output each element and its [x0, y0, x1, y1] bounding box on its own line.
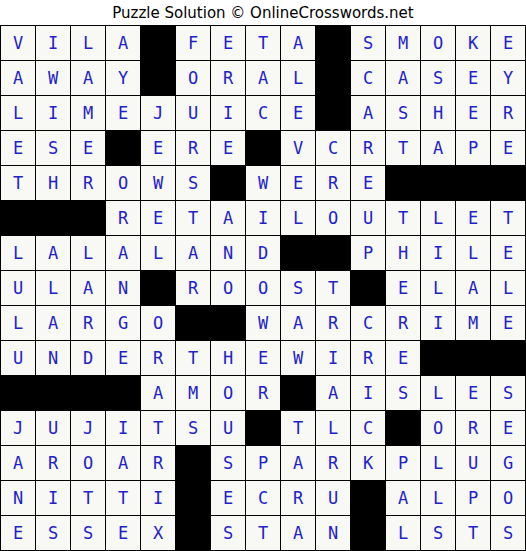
letter-cell: A	[211, 201, 245, 235]
letter-cell: T	[176, 341, 210, 375]
letter-cell: R	[386, 306, 420, 340]
letter-cell: I	[316, 341, 350, 375]
letter-cell: R	[176, 271, 210, 305]
letter-cell: A	[316, 376, 350, 410]
letter-cell: N	[211, 236, 245, 270]
letter-cell: U	[211, 411, 245, 445]
letter-cell: A	[36, 306, 70, 340]
letter-cell: H	[36, 166, 70, 200]
letter-cell: M	[386, 26, 420, 60]
letter-cell: K	[456, 26, 490, 60]
letter-cell: A	[1, 446, 35, 480]
block-cell	[316, 236, 350, 270]
letter-cell: T	[456, 516, 490, 550]
letter-cell: O	[491, 481, 525, 515]
letter-cell: O	[421, 26, 455, 60]
letter-cell: T	[141, 411, 175, 445]
letter-cell: L	[281, 201, 315, 235]
letter-cell: I	[246, 201, 280, 235]
letter-cell: T	[176, 201, 210, 235]
block-cell	[456, 341, 490, 375]
letter-cell: T	[71, 481, 105, 515]
letter-cell: R	[281, 481, 315, 515]
letter-cell: I	[211, 96, 245, 130]
letter-cell: S	[211, 516, 245, 550]
letter-cell: A	[141, 376, 175, 410]
letter-cell: E	[456, 376, 490, 410]
letter-cell: E	[281, 166, 315, 200]
letter-cell: L	[141, 236, 175, 270]
letter-cell: O	[71, 446, 105, 480]
letter-cell: N	[106, 271, 140, 305]
block-cell	[386, 411, 420, 445]
letter-cell: U	[176, 96, 210, 130]
letter-cell: A	[281, 446, 315, 480]
letter-cell: J	[1, 411, 35, 445]
letter-cell: L	[491, 271, 525, 305]
block-cell	[71, 201, 105, 235]
letter-cell: S	[491, 376, 525, 410]
letter-cell: L	[1, 306, 35, 340]
letter-cell: D	[246, 236, 280, 270]
letter-cell: J	[71, 411, 105, 445]
letter-cell: P	[246, 446, 280, 480]
letter-cell: L	[1, 236, 35, 270]
letter-cell: S	[36, 516, 70, 550]
letter-cell: W	[36, 61, 70, 95]
letter-cell: L	[421, 376, 455, 410]
letter-cell: A	[421, 131, 455, 165]
letter-cell: L	[36, 271, 70, 305]
letter-cell: W	[281, 341, 315, 375]
letter-cell: U	[1, 341, 35, 375]
letter-cell: T	[386, 201, 420, 235]
letter-cell: A	[1, 61, 35, 95]
letter-cell: R	[351, 131, 385, 165]
letter-cell: U	[316, 481, 350, 515]
block-cell	[141, 271, 175, 305]
letter-cell: O	[421, 411, 455, 445]
letter-cell: A	[351, 96, 385, 130]
letter-cell: I	[36, 26, 70, 60]
letter-cell: X	[141, 516, 175, 550]
letter-cell: C	[246, 481, 280, 515]
letter-cell: M	[456, 306, 490, 340]
block-cell	[211, 306, 245, 340]
letter-cell: E	[1, 516, 35, 550]
letter-cell: P	[456, 481, 490, 515]
letter-cell: E	[141, 201, 175, 235]
letter-cell: E	[106, 96, 140, 130]
letter-cell: Y	[106, 61, 140, 95]
letter-cell: T	[386, 131, 420, 165]
letter-cell: L	[421, 481, 455, 515]
letter-cell: L	[456, 236, 490, 270]
letter-cell: T	[281, 411, 315, 445]
letter-cell: W	[246, 306, 280, 340]
letter-cell: O	[106, 166, 140, 200]
letter-cell: A	[281, 516, 315, 550]
letter-cell: S	[491, 516, 525, 550]
letter-cell: I	[106, 411, 140, 445]
letter-cell: E	[491, 411, 525, 445]
letter-cell: C	[316, 131, 350, 165]
letter-cell: I	[421, 236, 455, 270]
letter-cell: A	[386, 481, 420, 515]
letter-cell: U	[351, 201, 385, 235]
letter-cell: N	[36, 341, 70, 375]
letter-cell: C	[351, 411, 385, 445]
block-cell	[211, 166, 245, 200]
letter-cell: E	[491, 306, 525, 340]
letter-cell: R	[141, 341, 175, 375]
block-cell	[316, 96, 350, 130]
letter-cell: E	[71, 131, 105, 165]
letter-cell: P	[456, 131, 490, 165]
letter-cell: H	[386, 236, 420, 270]
letter-cell: I	[351, 376, 385, 410]
letter-cell: A	[281, 26, 315, 60]
letter-cell: E	[456, 61, 490, 95]
block-cell	[421, 341, 455, 375]
letter-cell: T	[491, 201, 525, 235]
letter-cell: S	[211, 446, 245, 480]
block-cell	[176, 481, 210, 515]
letter-cell: S	[421, 61, 455, 95]
letter-cell: T	[1, 166, 35, 200]
block-cell	[316, 61, 350, 95]
letter-cell: E	[456, 96, 490, 130]
block-cell	[36, 376, 70, 410]
letter-cell: E	[351, 166, 385, 200]
letter-cell: L	[281, 61, 315, 95]
letter-cell: E	[491, 131, 525, 165]
letter-cell: L	[386, 516, 420, 550]
letter-cell: A	[246, 61, 280, 95]
letter-cell: R	[456, 411, 490, 445]
letter-cell: T	[106, 481, 140, 515]
block-cell	[281, 236, 315, 270]
letter-cell: D	[71, 341, 105, 375]
letter-cell: A	[386, 61, 420, 95]
letter-cell: Y	[491, 61, 525, 95]
letter-cell: E	[211, 26, 245, 60]
letter-cell: R	[36, 446, 70, 480]
letter-cell: E	[106, 516, 140, 550]
letter-cell: G	[106, 306, 140, 340]
letter-cell: O	[211, 376, 245, 410]
letter-cell: L	[1, 96, 35, 130]
letter-cell: S	[71, 516, 105, 550]
letter-cell: R	[491, 96, 525, 130]
letter-cell: R	[246, 376, 280, 410]
letter-cell: R	[71, 166, 105, 200]
block-cell	[281, 376, 315, 410]
block-cell	[351, 481, 385, 515]
letter-cell: T	[246, 26, 280, 60]
letter-cell: R	[141, 446, 175, 480]
letter-cell: C	[351, 61, 385, 95]
letter-cell: R	[176, 131, 210, 165]
letter-cell: S	[351, 26, 385, 60]
letter-cell: E	[386, 341, 420, 375]
block-cell	[106, 376, 140, 410]
letter-cell: E	[211, 481, 245, 515]
block-cell	[246, 131, 280, 165]
letter-cell: C	[351, 306, 385, 340]
block-cell	[1, 201, 35, 235]
letter-cell: R	[71, 306, 105, 340]
letter-cell: A	[106, 236, 140, 270]
letter-cell: E	[456, 201, 490, 235]
block-cell	[421, 166, 455, 200]
letter-cell: R	[316, 306, 350, 340]
letter-cell: W	[246, 166, 280, 200]
block-cell	[141, 26, 175, 60]
letter-cell: E	[386, 271, 420, 305]
page-title: Puzzle Solution © OnlineCrosswords.net	[0, 0, 526, 25]
letter-cell: L	[71, 236, 105, 270]
letter-cell: P	[386, 446, 420, 480]
letter-cell: I	[141, 481, 175, 515]
letter-cell: A	[71, 271, 105, 305]
letter-cell: E	[141, 131, 175, 165]
letter-cell: A	[36, 236, 70, 270]
block-cell	[36, 201, 70, 235]
letter-cell: G	[491, 446, 525, 480]
letter-cell: E	[246, 341, 280, 375]
letter-cell: A	[176, 236, 210, 270]
block-cell	[491, 341, 525, 375]
letter-cell: R	[316, 446, 350, 480]
letter-cell: L	[421, 201, 455, 235]
letter-cell: P	[351, 236, 385, 270]
letter-cell: O	[211, 271, 245, 305]
letter-cell: L	[421, 446, 455, 480]
letter-cell: E	[491, 236, 525, 270]
letter-cell: I	[36, 481, 70, 515]
letter-cell: M	[71, 96, 105, 130]
block-cell	[176, 516, 210, 550]
block-cell	[141, 61, 175, 95]
letter-cell: E	[491, 26, 525, 60]
letter-cell: O	[246, 271, 280, 305]
block-cell	[316, 26, 350, 60]
letter-cell: O	[316, 201, 350, 235]
block-cell	[351, 271, 385, 305]
letter-cell: R	[211, 61, 245, 95]
block-cell	[176, 306, 210, 340]
letter-cell: T	[316, 271, 350, 305]
letter-cell: U	[1, 271, 35, 305]
letter-cell: L	[71, 26, 105, 60]
letter-cell: E	[211, 131, 245, 165]
block-cell	[176, 446, 210, 480]
letter-cell: M	[176, 376, 210, 410]
letter-cell: H	[211, 341, 245, 375]
letter-cell: R	[351, 341, 385, 375]
letter-cell: S	[386, 96, 420, 130]
letter-cell: R	[106, 201, 140, 235]
block-cell	[246, 411, 280, 445]
letter-cell: I	[36, 96, 70, 130]
letter-cell: S	[36, 131, 70, 165]
letter-cell: O	[176, 61, 210, 95]
letter-cell: S	[421, 516, 455, 550]
block-cell	[351, 516, 385, 550]
letter-cell: V	[281, 131, 315, 165]
letter-cell: H	[421, 96, 455, 130]
block-cell	[1, 376, 35, 410]
letter-cell: E	[281, 96, 315, 130]
letter-cell: C	[246, 96, 280, 130]
letter-cell: N	[316, 516, 350, 550]
letter-cell: I	[421, 306, 455, 340]
letter-cell: A	[106, 446, 140, 480]
crossword-grid: VILAFETASMOKEAWAYORALCASEYLIMEJUICEASHER…	[0, 25, 526, 551]
letter-cell: K	[351, 446, 385, 480]
letter-cell: N	[1, 481, 35, 515]
block-cell	[491, 166, 525, 200]
letter-cell: U	[456, 446, 490, 480]
letter-cell: E	[1, 131, 35, 165]
letter-cell: S	[176, 411, 210, 445]
letter-cell: V	[1, 26, 35, 60]
letter-cell: L	[316, 411, 350, 445]
block-cell	[386, 166, 420, 200]
letter-cell: A	[281, 306, 315, 340]
letter-cell: S	[386, 376, 420, 410]
letter-cell: A	[71, 61, 105, 95]
letter-cell: E	[106, 341, 140, 375]
letter-cell: W	[141, 166, 175, 200]
letter-cell: O	[141, 306, 175, 340]
letter-cell: A	[456, 271, 490, 305]
letter-cell: A	[106, 26, 140, 60]
letter-cell: R	[316, 166, 350, 200]
letter-cell: U	[36, 411, 70, 445]
letter-cell: J	[141, 96, 175, 130]
letter-cell: L	[421, 271, 455, 305]
block-cell	[456, 166, 490, 200]
letter-cell: F	[176, 26, 210, 60]
letter-cell: S	[281, 271, 315, 305]
letter-cell: S	[176, 166, 210, 200]
letter-cell: T	[246, 516, 280, 550]
block-cell	[71, 376, 105, 410]
block-cell	[106, 131, 140, 165]
